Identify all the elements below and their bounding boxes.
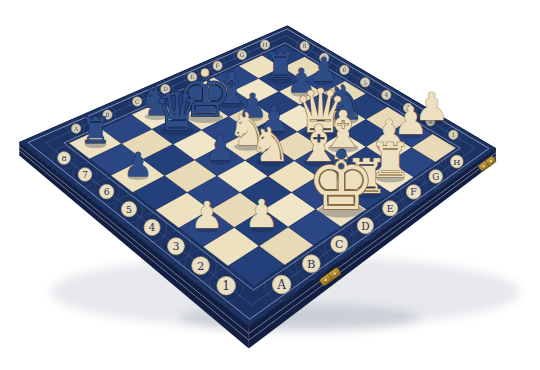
- file-label-F: F: [410, 186, 417, 197]
- far-rank-label-4: 4: [384, 91, 388, 98]
- white-king-finial: [336, 149, 346, 159]
- rank-label-5: 5: [126, 204, 132, 215]
- rank-label-3: 3: [173, 240, 180, 253]
- piece-blue-pawn-c5[interactable]: ♟: [205, 128, 236, 168]
- rank-label-2: 2: [197, 259, 204, 273]
- far-rank-label-1: 1: [451, 131, 455, 138]
- piece-blue-pawn-a6[interactable]: ♟: [123, 145, 153, 184]
- piece-white-knight-d4[interactable]: ♞: [249, 117, 291, 172]
- chess-board: 1122334455667788AABBCCDDEEFFGGHH♜♟♟♝♞♚♟♞…: [0, 0, 540, 370]
- rank-label-4: 4: [149, 221, 156, 233]
- file-label-C: C: [335, 238, 343, 251]
- file-label-G: G: [432, 172, 439, 182]
- piece-blue-rook-a8[interactable]: ♜: [79, 110, 111, 152]
- far-rank-label-8: 8: [303, 42, 307, 49]
- blue-king-finial: [201, 69, 209, 77]
- rank-label-1: 1: [222, 279, 230, 293]
- piece-blue-queen-c7[interactable]: ♛: [153, 81, 201, 143]
- file-label-H: H: [453, 157, 460, 167]
- file-label-A: A: [276, 278, 286, 292]
- file-label-E: E: [387, 203, 394, 214]
- rank-label-7: 7: [82, 170, 88, 180]
- rank-label-8: 8: [61, 153, 66, 163]
- far-rank-label-6: 6: [342, 66, 346, 73]
- far-file-label-A: A: [73, 125, 79, 132]
- piece-white-pawn-b2[interactable]: ♟: [244, 191, 279, 236]
- file-label-B: B: [307, 257, 315, 271]
- far-file-label-G: G: [240, 51, 245, 58]
- piece-white-pawn-a3[interactable]: ♟: [190, 194, 223, 237]
- chess-set-photo: Overhead perspective photo of a folding …: [0, 0, 540, 370]
- rank-label-6: 6: [104, 186, 110, 197]
